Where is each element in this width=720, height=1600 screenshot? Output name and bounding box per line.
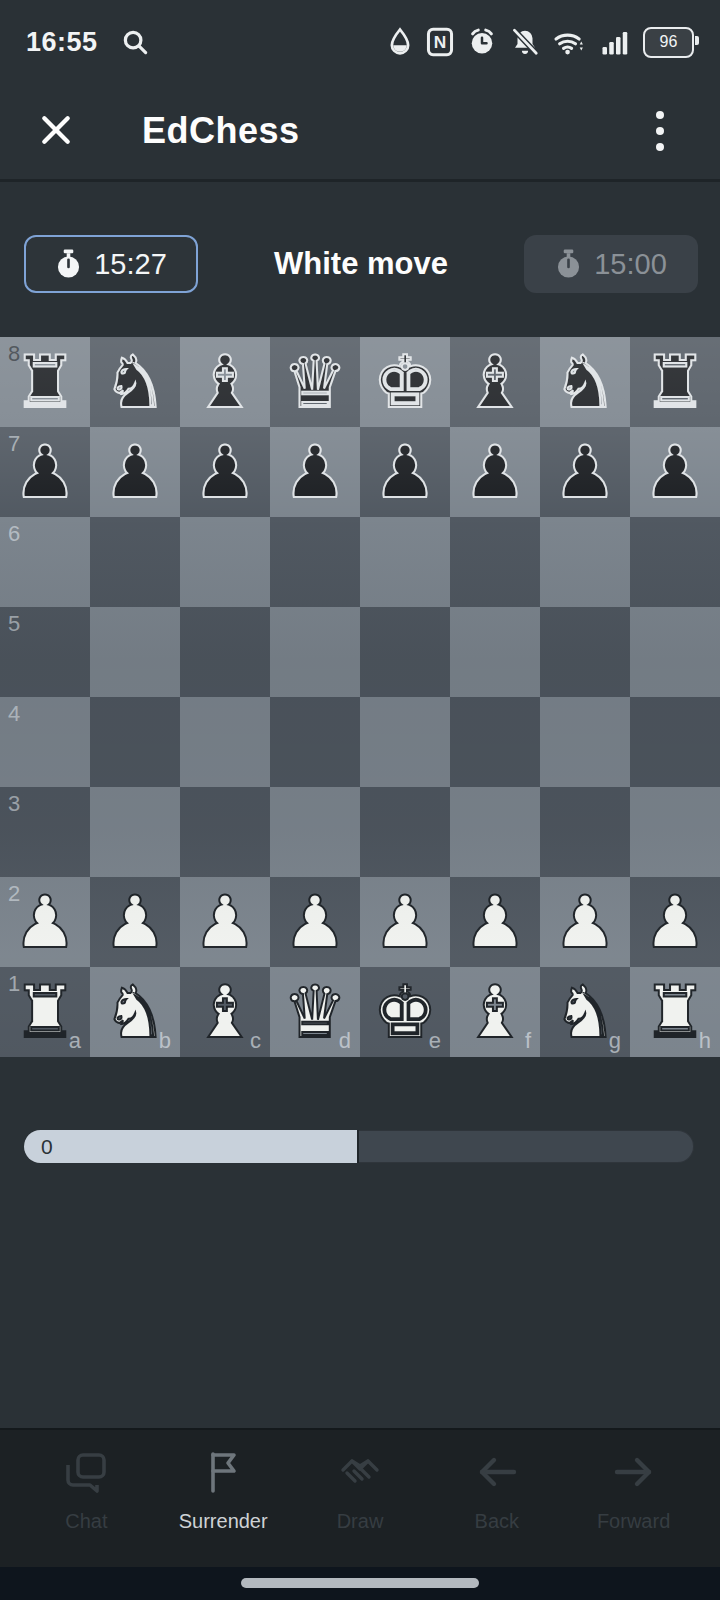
toolbar-back-label: Back	[475, 1510, 519, 1533]
toolbar-back-button[interactable]: Back	[428, 1430, 565, 1567]
piece-white-pawn[interactable]: ♟	[13, 886, 78, 958]
turn-indicator: White move	[274, 246, 448, 282]
piece-white-king[interactable]: ♚	[373, 976, 438, 1048]
white-clock-button[interactable]: 15:27	[24, 235, 198, 293]
square-c2[interactable]: ♟	[180, 877, 270, 967]
square-a4[interactable]: 4	[0, 697, 90, 787]
status-bar-right: N	[387, 27, 694, 58]
toolbar-chat-button[interactable]: Chat	[18, 1430, 155, 1567]
piece-black-pawn[interactable]: ♟	[373, 436, 438, 508]
square-f5[interactable]	[450, 607, 540, 697]
square-f1[interactable]: f♝	[450, 967, 540, 1057]
signal-strength-icon	[600, 27, 630, 57]
rank-label-6: 6	[8, 521, 20, 547]
file-label-d: d	[339, 1028, 351, 1054]
square-f6[interactable]	[450, 517, 540, 607]
piece-black-pawn[interactable]: ♟	[193, 436, 258, 508]
piece-black-pawn[interactable]: ♟	[103, 436, 168, 508]
square-g6[interactable]	[540, 517, 630, 607]
toolbar-surrender-label: Surrender	[179, 1510, 268, 1533]
piece-white-knight[interactable]: ♞	[103, 976, 168, 1048]
piece-black-pawn[interactable]: ♟	[553, 436, 618, 508]
kebab-menu-button[interactable]	[650, 105, 670, 157]
piece-black-king[interactable]: ♚	[373, 346, 438, 418]
square-g7[interactable]: ♟	[540, 427, 630, 517]
square-e3[interactable]	[360, 787, 450, 877]
piece-black-bishop[interactable]: ♝	[463, 346, 528, 418]
close-icon	[36, 110, 76, 153]
nfc-icon: N	[426, 27, 454, 57]
square-g1[interactable]: g♞	[540, 967, 630, 1057]
rank-label-3: 3	[8, 791, 20, 817]
screen: 16:55 N	[0, 0, 720, 1600]
square-e6[interactable]	[360, 517, 450, 607]
piece-white-pawn[interactable]: ♟	[643, 886, 708, 958]
piece-white-pawn[interactable]: ♟	[103, 886, 168, 958]
rank-label-2: 2	[8, 881, 20, 907]
status-time: 16:55	[26, 27, 98, 58]
piece-black-knight[interactable]: ♞	[103, 346, 168, 418]
file-label-g: g	[609, 1028, 621, 1054]
flag-icon	[199, 1446, 247, 1498]
water-drop-icon	[387, 27, 413, 57]
piece-black-pawn[interactable]: ♟	[643, 436, 708, 508]
square-d6[interactable]	[270, 517, 360, 607]
square-c4[interactable]	[180, 697, 270, 787]
battery-percent: 96	[660, 33, 678, 51]
square-a5[interactable]: 5	[0, 607, 90, 697]
toolbar-draw-button[interactable]: Draw	[292, 1430, 429, 1567]
square-e2[interactable]: ♟	[360, 877, 450, 967]
white-clock-time: 15:27	[94, 248, 167, 281]
home-indicator[interactable]	[241, 1578, 479, 1588]
square-d1[interactable]: d♛	[270, 967, 360, 1057]
rank-label-8: 8	[8, 341, 20, 367]
square-d7[interactable]: ♟	[270, 427, 360, 517]
square-h5[interactable]	[630, 607, 720, 697]
black-clock-time: 15:00	[594, 248, 667, 281]
kebab-menu-icon	[656, 111, 664, 119]
square-d2[interactable]: ♟	[270, 877, 360, 967]
rank-label-7: 7	[8, 431, 20, 457]
square-h3[interactable]	[630, 787, 720, 877]
square-h1[interactable]: h♜	[630, 967, 720, 1057]
square-f8[interactable]: ♝	[450, 337, 540, 427]
close-button[interactable]	[36, 110, 76, 153]
piece-white-pawn[interactable]: ♟	[553, 886, 618, 958]
file-label-h: h	[699, 1028, 711, 1054]
square-g3[interactable]	[540, 787, 630, 877]
piece-black-rook[interactable]: ♜	[13, 346, 78, 418]
search-icon[interactable]	[120, 27, 150, 57]
black-clock-button[interactable]: 15:00	[524, 235, 698, 293]
square-b5[interactable]	[90, 607, 180, 697]
square-h6[interactable]	[630, 517, 720, 607]
square-b8[interactable]: ♞	[90, 337, 180, 427]
square-c1[interactable]: c♝	[180, 967, 270, 1057]
piece-white-queen[interactable]: ♛	[283, 976, 348, 1048]
toolbar-forward-button[interactable]: Forward	[565, 1430, 702, 1567]
piece-black-pawn[interactable]: ♟	[283, 436, 348, 508]
square-d3[interactable]	[270, 787, 360, 877]
eval-value: 0	[41, 1135, 53, 1159]
chat-icon	[62, 1446, 110, 1498]
toolbar-draw-label: Draw	[337, 1510, 384, 1533]
handshake-icon	[336, 1446, 384, 1498]
square-a8[interactable]: 8♜	[0, 337, 90, 427]
square-h8[interactable]: ♜	[630, 337, 720, 427]
square-h2[interactable]: ♟	[630, 877, 720, 967]
square-a2[interactable]: 2♟	[0, 877, 90, 967]
square-b6[interactable]	[90, 517, 180, 607]
piece-white-pawn[interactable]: ♟	[283, 886, 348, 958]
piece-black-knight[interactable]: ♞	[553, 346, 618, 418]
square-d5[interactable]	[270, 607, 360, 697]
square-c7[interactable]: ♟	[180, 427, 270, 517]
chess-board: 8♜♞♝♛♚♝♞♜7♟♟♟♟♟♟♟♟65432♟♟♟♟♟♟♟♟1a♜b♞c♝d♛…	[0, 337, 720, 1057]
svg-text:N: N	[434, 32, 447, 52]
piece-white-bishop[interactable]: ♝	[193, 976, 258, 1048]
square-f7[interactable]: ♟	[450, 427, 540, 517]
stopwatch-icon	[55, 249, 82, 279]
bell-muted-icon	[510, 27, 540, 57]
square-e4[interactable]	[360, 697, 450, 787]
file-label-f: f	[525, 1028, 531, 1054]
piece-white-pawn[interactable]: ♟	[373, 886, 438, 958]
square-a3[interactable]: 3	[0, 787, 90, 877]
toolbar-forward-label: Forward	[597, 1510, 670, 1533]
rank-label-1: 1	[8, 971, 20, 997]
square-e7[interactable]: ♟	[360, 427, 450, 517]
file-label-e: e	[429, 1028, 441, 1054]
toolbar: ChatSurrenderDrawBackForward	[0, 1428, 720, 1567]
square-g5[interactable]	[540, 607, 630, 697]
square-e5[interactable]	[360, 607, 450, 697]
piece-white-rook[interactable]: ♜	[13, 976, 78, 1048]
square-f3[interactable]	[450, 787, 540, 877]
piece-white-bishop[interactable]: ♝	[463, 976, 528, 1048]
wifi-icon	[553, 27, 587, 57]
square-d8[interactable]: ♛	[270, 337, 360, 427]
battery-icon: 96	[643, 27, 694, 58]
app-header: EdChess	[0, 84, 720, 178]
rank-label-4: 4	[8, 701, 20, 727]
alarm-icon	[467, 27, 497, 57]
rank-label-5: 5	[8, 611, 20, 637]
stopwatch-icon	[555, 249, 582, 279]
eval-fill: 0	[24, 1130, 359, 1163]
square-b2[interactable]: ♟	[90, 877, 180, 967]
square-c3[interactable]	[180, 787, 270, 877]
toolbar-surrender-button[interactable]: Surrender	[155, 1430, 292, 1567]
square-d4[interactable]	[270, 697, 360, 787]
square-b3[interactable]	[90, 787, 180, 877]
app-title: EdChess	[142, 110, 300, 152]
piece-black-pawn[interactable]: ♟	[13, 436, 78, 508]
piece-white-pawn[interactable]: ♟	[193, 886, 258, 958]
square-a7[interactable]: 7♟	[0, 427, 90, 517]
square-a6[interactable]: 6	[0, 517, 90, 607]
clock-row: 15:27 White move 15:00	[24, 235, 698, 293]
gesture-nav-bar	[0, 1567, 720, 1600]
piece-white-rook[interactable]: ♜	[643, 976, 708, 1048]
piece-black-bishop[interactable]: ♝	[193, 346, 258, 418]
square-e8[interactable]: ♚	[360, 337, 450, 427]
square-h7[interactable]: ♟	[630, 427, 720, 517]
piece-black-pawn[interactable]: ♟	[463, 436, 528, 508]
square-e1[interactable]: e♚	[360, 967, 450, 1057]
header-divider	[0, 179, 720, 182]
piece-black-queen[interactable]: ♛	[283, 346, 348, 418]
square-b4[interactable]	[90, 697, 180, 787]
file-label-a: a	[69, 1028, 81, 1054]
square-c5[interactable]	[180, 607, 270, 697]
arrow-right-icon	[610, 1446, 658, 1498]
toolbar-chat-label: Chat	[65, 1510, 107, 1533]
status-bar-left: 16:55	[26, 27, 150, 58]
square-b7[interactable]: ♟	[90, 427, 180, 517]
piece-white-knight[interactable]: ♞	[553, 976, 618, 1048]
square-c8[interactable]: ♝	[180, 337, 270, 427]
square-c6[interactable]	[180, 517, 270, 607]
square-g8[interactable]: ♞	[540, 337, 630, 427]
square-a1[interactable]: 1a♜	[0, 967, 90, 1057]
piece-white-pawn[interactable]: ♟	[463, 886, 528, 958]
eval-bar: 0	[24, 1130, 694, 1163]
square-f4[interactable]	[450, 697, 540, 787]
arrow-left-icon	[473, 1446, 521, 1498]
status-bar: 16:55 N	[0, 0, 720, 84]
square-g2[interactable]: ♟	[540, 877, 630, 967]
square-g4[interactable]	[540, 697, 630, 787]
file-label-b: b	[159, 1028, 171, 1054]
file-label-c: c	[250, 1028, 261, 1054]
square-b1[interactable]: b♞	[90, 967, 180, 1057]
piece-black-rook[interactable]: ♜	[643, 346, 708, 418]
square-f2[interactable]: ♟	[450, 877, 540, 967]
square-h4[interactable]	[630, 697, 720, 787]
